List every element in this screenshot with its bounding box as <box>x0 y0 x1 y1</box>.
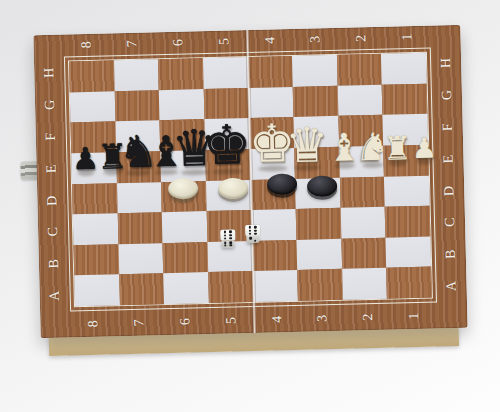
file-label-e: E <box>35 153 68 184</box>
rank-label-3: 3 <box>304 16 327 62</box>
file-label-g: G <box>431 80 464 111</box>
square-c3[interactable] <box>296 208 341 240</box>
die-front-face <box>246 236 259 243</box>
die-pip <box>224 237 227 240</box>
square-d7[interactable] <box>117 182 162 214</box>
file-label-e: E <box>432 143 465 174</box>
rank-label-8: 8 <box>75 22 98 68</box>
file-label-a: A <box>435 271 468 302</box>
rank-label-4: 4 <box>258 17 281 63</box>
die-2[interactable] <box>245 225 260 243</box>
square-g8[interactable] <box>70 91 115 123</box>
file-label-g: G <box>34 89 67 120</box>
file-label-f: F <box>35 121 68 152</box>
die-pip <box>249 232 252 235</box>
square-d8[interactable] <box>72 183 117 215</box>
rank-label-1: 1 <box>396 14 419 60</box>
rank-label-8: 8 <box>80 301 107 347</box>
white-pawn[interactable]: ♟ <box>411 134 437 163</box>
rank-label-3: 3 <box>309 295 336 341</box>
die-pip <box>229 244 232 247</box>
file-label-h: H <box>430 48 463 79</box>
file-label-a: A <box>38 280 71 311</box>
black-king[interactable]: ♚ <box>202 118 252 173</box>
rank-label-5: 5 <box>213 18 236 64</box>
square-c2[interactable] <box>340 207 385 239</box>
file-label-h: H <box>33 57 66 88</box>
file-label-c: C <box>434 207 467 238</box>
white-rook[interactable]: ♜ <box>383 132 412 165</box>
rank-label-6: 6 <box>167 20 190 66</box>
square-c7[interactable] <box>117 212 162 244</box>
square-g3[interactable] <box>293 85 338 117</box>
square-b4[interactable] <box>252 240 297 272</box>
rank-label-6: 6 <box>172 298 199 344</box>
rank-label-2: 2 <box>350 15 373 61</box>
square-b3[interactable] <box>297 239 342 271</box>
file-label-c: C <box>37 217 70 248</box>
die-pip <box>229 237 232 240</box>
square-d1[interactable] <box>384 175 429 207</box>
square-b1[interactable] <box>386 236 431 268</box>
photo-background: 87654321 87654321 HGFEDCBA HGFEDCBA ♟♜♞♝… <box>0 0 500 412</box>
square-b2[interactable] <box>341 237 386 269</box>
board-wrapper: 87654321 87654321 HGFEDCBA HGFEDCBA ♟♜♞♝… <box>33 25 467 338</box>
game-board: 87654321 87654321 HGFEDCBA HGFEDCBA ♟♜♞♝… <box>33 25 467 338</box>
black-pawn[interactable]: ♟ <box>72 144 100 175</box>
die-pip <box>249 237 252 240</box>
square-c8[interactable] <box>73 213 118 245</box>
file-labels-right: HGFEDCBA <box>431 47 467 303</box>
square-g6[interactable] <box>159 89 204 121</box>
rank-label-7: 7 <box>121 21 144 67</box>
rank-label-5: 5 <box>217 297 244 343</box>
file-label-b: B <box>435 239 468 270</box>
square-g7[interactable] <box>114 90 159 122</box>
die-top-face <box>245 225 260 236</box>
die-front-face <box>221 240 234 247</box>
file-labels-left: HGFEDCBA <box>34 57 70 313</box>
square-c6[interactable] <box>162 211 207 243</box>
square-g2[interactable] <box>337 84 382 116</box>
rank-label-1: 1 <box>401 293 428 339</box>
die-pip <box>254 239 257 242</box>
square-b6[interactable] <box>163 242 208 274</box>
rank-label-2: 2 <box>355 294 382 340</box>
square-b7[interactable] <box>118 243 163 275</box>
file-label-d: D <box>36 185 69 216</box>
die-top-face <box>220 229 235 240</box>
rank-label-4: 4 <box>263 296 290 342</box>
die-1[interactable] <box>220 229 235 247</box>
file-label-d: D <box>433 175 466 206</box>
white-queen[interactable]: ♛ <box>285 120 329 169</box>
die-pip <box>254 232 257 235</box>
die-pip <box>224 244 227 247</box>
square-c1[interactable] <box>385 206 430 238</box>
square-d2[interactable] <box>340 176 385 208</box>
file-label-b: B <box>38 249 71 280</box>
square-g1[interactable] <box>382 83 427 115</box>
rank-label-7: 7 <box>126 300 153 346</box>
square-b8[interactable] <box>74 244 119 276</box>
